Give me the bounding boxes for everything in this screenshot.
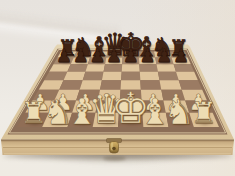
- square-f4: [140, 80, 161, 90]
- chess-board: [0, 0, 235, 176]
- square-d6: [104, 64, 123, 72]
- square-g3: [161, 90, 185, 101]
- square-f6: [139, 64, 158, 72]
- square-f3: [141, 90, 164, 101]
- square-d3: [98, 90, 121, 101]
- square-e8: [123, 52, 139, 58]
- square-c6: [85, 64, 105, 72]
- square-e6: [122, 64, 140, 72]
- square-f1: [142, 113, 168, 127]
- square-c1: [68, 113, 96, 127]
- square-h7: [172, 58, 191, 65]
- square-h6: [174, 64, 195, 72]
- square-b5: [64, 72, 86, 80]
- square-b7: [71, 58, 90, 65]
- square-g1: [166, 113, 194, 127]
- latch-knob: [112, 147, 116, 151]
- square-f2: [142, 100, 166, 112]
- square-e4: [121, 80, 141, 90]
- square-d8: [106, 52, 123, 58]
- square-f7: [139, 58, 157, 65]
- square-e1: [118, 113, 143, 127]
- square-e2: [119, 100, 142, 112]
- square-e5: [121, 72, 140, 80]
- square-d1: [93, 113, 119, 127]
- square-f8: [139, 52, 156, 58]
- square-f5: [140, 72, 160, 80]
- square-g6: [157, 64, 177, 72]
- chess-set-photo: ♜♞♝♛♚♝♞♜♟♟♟♟♟♟♟♟♟♟♟♟♟♟♟♟♜♞♝♛♚♝♞♜: [0, 0, 235, 176]
- square-b6: [67, 64, 88, 72]
- square-c8: [90, 52, 108, 58]
- square-g4: [160, 80, 182, 90]
- square-g2: [163, 100, 189, 112]
- square-h5: [176, 72, 198, 80]
- square-c7: [88, 58, 107, 65]
- square-c2: [72, 100, 98, 112]
- square-d5: [102, 72, 122, 80]
- square-g8: [154, 52, 172, 58]
- square-c5: [83, 72, 104, 80]
- square-d4: [100, 80, 121, 90]
- square-b8: [74, 52, 92, 58]
- square-h8: [170, 52, 188, 58]
- square-e3: [120, 90, 142, 101]
- square-g5: [158, 72, 179, 80]
- square-c3: [76, 90, 100, 101]
- square-d7: [105, 58, 123, 65]
- square-e7: [122, 58, 139, 65]
- square-c4: [80, 80, 102, 90]
- square-d2: [96, 100, 120, 112]
- square-g7: [155, 58, 173, 65]
- board-far-edge: [55, 45, 190, 47]
